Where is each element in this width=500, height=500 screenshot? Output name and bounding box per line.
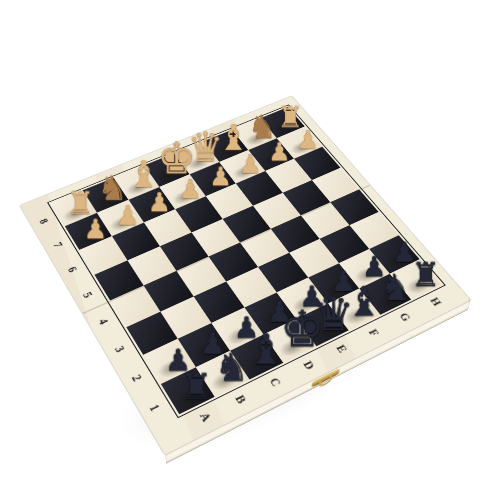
piece-shadow [241, 350, 277, 377]
piece-shadow [340, 303, 375, 328]
square-g4 [301, 202, 350, 239]
chess-board: 87654321 ABCDEFGH ♜♞♝♚♛♝♞♜♟♟♟♟♟♟♟♟♟♟♟♟♟♟… [20, 96, 470, 454]
piece-shadow [286, 138, 317, 158]
piece-shadow [106, 213, 138, 235]
rank-label-7: 7 [37, 230, 79, 259]
piece-shadow [288, 292, 323, 317]
scene: 87654321 ABCDEFGH ♜♞♝♚♛♝♞♜♟♟♟♟♟♟♟♟♟♟♟♟♟♟… [0, 0, 500, 500]
playing-field: ♜♞♝♚♛♝♞♜♟♟♟♟♟♟♟♟♟♟♟♟♟♟♟♟♜♞♝♚♛♝♞♜ [47, 105, 446, 419]
piece-shadow [350, 263, 384, 287]
rank-label-8: 8 [23, 207, 64, 235]
board-surface: 87654321 ABCDEFGH ♜♞♝♚♛♝♞♜♟♟♟♟♟♟♟♟♟♟♟♟♟♟… [20, 96, 470, 454]
product-photo: 87654321 ABCDEFGH ♜♞♝♚♛♝♞♜♟♟♟♟♟♟♟♟♟♟♟♟♟♟… [0, 0, 500, 500]
